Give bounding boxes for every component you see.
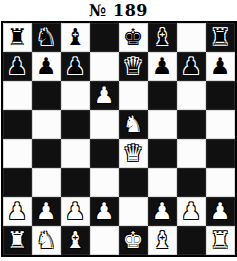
piece-black-king: ♚ — [123, 23, 144, 52]
square-e5: ♞ — [119, 110, 148, 139]
square-a1: ♜ — [3, 226, 32, 255]
piece-black-rook: ♜ — [7, 23, 28, 52]
piece-black-pawn: ♟ — [181, 52, 202, 81]
piece-white-knight: ♞ — [123, 110, 144, 139]
square-g2: ♟ — [177, 197, 206, 226]
square-d5 — [90, 110, 119, 139]
square-b3 — [32, 168, 61, 197]
piece-black-pawn: ♟ — [36, 52, 57, 81]
piece-white-pawn: ♟ — [65, 197, 86, 226]
piece-black-knight: ♞ — [36, 23, 57, 52]
piece-white-pawn: ♟ — [152, 197, 173, 226]
square-d4 — [90, 139, 119, 168]
square-h5 — [206, 110, 235, 139]
square-h1: ♜ — [206, 226, 235, 255]
square-f1: ♝ — [148, 226, 177, 255]
square-d3 — [90, 168, 119, 197]
piece-white-knight: ♞ — [36, 226, 57, 255]
square-h3 — [206, 168, 235, 197]
piece-white-pawn: ♟ — [36, 197, 57, 226]
square-e6 — [119, 81, 148, 110]
chess-board: ♜♞♝♚♝♜♟♟♟♛♟♟♟♟♞♛♟♟♟♟♟♟♟♜♞♝♚♝♜ — [1, 21, 237, 257]
piece-white-pawn: ♟ — [210, 197, 231, 226]
square-a2: ♟ — [3, 197, 32, 226]
square-b1: ♞ — [32, 226, 61, 255]
piece-white-king: ♚ — [123, 226, 144, 255]
square-b7: ♟ — [32, 52, 61, 81]
square-c6 — [61, 81, 90, 110]
square-f8: ♝ — [148, 23, 177, 52]
square-g8 — [177, 23, 206, 52]
piece-black-bishop: ♝ — [152, 23, 173, 52]
piece-white-queen: ♛ — [123, 139, 144, 168]
square-f2: ♟ — [148, 197, 177, 226]
square-f7: ♟ — [148, 52, 177, 81]
square-a3 — [3, 168, 32, 197]
square-a4 — [3, 139, 32, 168]
square-b4 — [32, 139, 61, 168]
square-d6: ♟ — [90, 81, 119, 110]
square-g7: ♟ — [177, 52, 206, 81]
piece-white-bishop: ♝ — [65, 226, 86, 255]
piece-black-queen: ♛ — [123, 52, 144, 81]
square-d8 — [90, 23, 119, 52]
square-e2 — [119, 197, 148, 226]
square-f6 — [148, 81, 177, 110]
square-d7 — [90, 52, 119, 81]
square-e1: ♚ — [119, 226, 148, 255]
square-c4 — [61, 139, 90, 168]
square-f4 — [148, 139, 177, 168]
square-g4 — [177, 139, 206, 168]
piece-white-pawn: ♟ — [7, 197, 28, 226]
square-b8: ♞ — [32, 23, 61, 52]
square-c1: ♝ — [61, 226, 90, 255]
piece-black-pawn: ♟ — [210, 52, 231, 81]
square-h7: ♟ — [206, 52, 235, 81]
square-g5 — [177, 110, 206, 139]
square-e3 — [119, 168, 148, 197]
piece-white-pawn: ♟ — [94, 197, 115, 226]
square-b6 — [32, 81, 61, 110]
square-e4: ♛ — [119, 139, 148, 168]
square-d1 — [90, 226, 119, 255]
square-g1 — [177, 226, 206, 255]
square-h4 — [206, 139, 235, 168]
piece-white-pawn: ♟ — [94, 81, 115, 110]
piece-black-bishop: ♝ — [65, 23, 86, 52]
square-a6 — [3, 81, 32, 110]
piece-black-pawn: ♟ — [65, 52, 86, 81]
square-e7: ♛ — [119, 52, 148, 81]
square-f5 — [148, 110, 177, 139]
square-f3 — [148, 168, 177, 197]
square-c3 — [61, 168, 90, 197]
square-a5 — [3, 110, 32, 139]
piece-white-bishop: ♝ — [152, 226, 173, 255]
square-h2: ♟ — [206, 197, 235, 226]
puzzle-number-title: № 189 — [89, 1, 148, 20]
square-a7: ♟ — [3, 52, 32, 81]
square-c2: ♟ — [61, 197, 90, 226]
square-g3 — [177, 168, 206, 197]
square-h8: ♜ — [206, 23, 235, 52]
square-e8: ♚ — [119, 23, 148, 52]
square-d2: ♟ — [90, 197, 119, 226]
square-c5 — [61, 110, 90, 139]
piece-white-rook: ♜ — [7, 226, 28, 255]
square-c8: ♝ — [61, 23, 90, 52]
piece-black-pawn: ♟ — [7, 52, 28, 81]
square-b2: ♟ — [32, 197, 61, 226]
square-g6 — [177, 81, 206, 110]
piece-black-rook: ♜ — [210, 23, 231, 52]
diagram-header: № 189 — [0, 0, 237, 21]
square-c7: ♟ — [61, 52, 90, 81]
square-h6 — [206, 81, 235, 110]
square-b5 — [32, 110, 61, 139]
square-a8: ♜ — [3, 23, 32, 52]
piece-white-pawn: ♟ — [181, 197, 202, 226]
piece-white-rook: ♜ — [210, 226, 231, 255]
piece-black-pawn: ♟ — [152, 52, 173, 81]
